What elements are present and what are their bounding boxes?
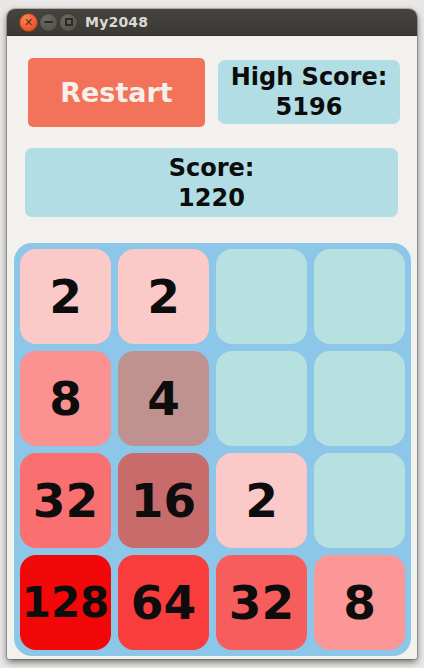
empty-cell: [314, 249, 405, 344]
high-score-box: High Score: 5196: [218, 60, 400, 124]
empty-cell: [314, 453, 405, 548]
window-content: Restart High Score: 5196 Score: 1220 228…: [7, 36, 417, 659]
tile-128: 128: [20, 555, 111, 650]
tile-2: 2: [20, 249, 111, 344]
close-icon: ✕: [24, 17, 33, 28]
high-score-value: 5196: [276, 92, 343, 122]
tile-2: 2: [216, 453, 307, 548]
high-score-label: High Score:: [231, 62, 388, 92]
tile-2: 2: [118, 249, 209, 344]
board-grid[interactable]: 22843216212864328: [14, 243, 411, 656]
tile-64: 64: [118, 555, 209, 650]
score-value: 1220: [178, 183, 245, 213]
tile-32: 32: [216, 555, 307, 650]
title-bar: ✕ My2048: [7, 9, 417, 36]
window-title: My2048: [85, 14, 148, 30]
close-button[interactable]: ✕: [19, 13, 38, 32]
tile-8: 8: [314, 555, 405, 650]
app-window: ✕ My2048 Restart High Score: 5196 Score:…: [7, 9, 417, 659]
score-label: Score:: [169, 153, 255, 183]
maximize-icon: [65, 18, 73, 26]
tile-4: 4: [118, 351, 209, 446]
restart-button[interactable]: Restart: [28, 58, 205, 127]
minimize-button[interactable]: [39, 13, 58, 32]
tile-16: 16: [118, 453, 209, 548]
empty-cell: [216, 249, 307, 344]
maximize-button[interactable]: [59, 13, 78, 32]
score-box: Score: 1220: [25, 148, 398, 217]
minimize-icon: [44, 21, 53, 23]
empty-cell: [216, 351, 307, 446]
tile-32: 32: [20, 453, 111, 548]
empty-cell: [314, 351, 405, 446]
tile-8: 8: [20, 351, 111, 446]
